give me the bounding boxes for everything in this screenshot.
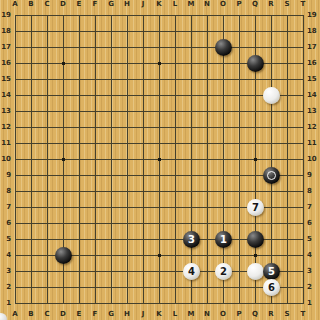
- coord-label-left: 8: [0, 188, 11, 195]
- coord-label-top: L: [171, 1, 179, 8]
- coord-label-top: Q: [251, 1, 259, 8]
- coord-label-bottom: O: [219, 311, 227, 318]
- coord-label-left: 9: [0, 172, 11, 179]
- coord-label-left: 14: [0, 92, 11, 99]
- coord-label-left: 15: [0, 76, 11, 83]
- coord-label-bottom: T: [299, 311, 307, 318]
- stone-black: 3: [183, 231, 200, 248]
- coord-label-left: 2: [0, 284, 11, 291]
- coord-label-right: 3: [307, 268, 319, 275]
- coord-label-right: 15: [307, 76, 319, 83]
- coord-label-bottom: C: [43, 311, 51, 318]
- coord-label-bottom: K: [155, 311, 163, 318]
- circle-mark: [267, 171, 276, 180]
- stone-white: [247, 263, 264, 280]
- coord-label-right: 6: [307, 220, 319, 227]
- star-point: [254, 158, 257, 161]
- coord-label-right: 5: [307, 236, 319, 243]
- coord-label-top: B: [27, 1, 35, 8]
- coord-label-top: O: [219, 1, 227, 8]
- coord-label-right: 10: [307, 156, 319, 163]
- coord-label-bottom: B: [27, 311, 35, 318]
- coord-label-right: 7: [307, 204, 319, 211]
- coord-label-right: 11: [307, 140, 319, 147]
- coord-label-bottom: N: [203, 311, 211, 318]
- coord-label-left: 3: [0, 268, 11, 275]
- move-number: 2: [220, 266, 227, 277]
- star-point: [254, 254, 257, 257]
- coord-label-top: A: [11, 1, 19, 8]
- stone-black: [247, 231, 264, 248]
- coord-label-right: 17: [307, 44, 319, 51]
- coord-label-top: J: [139, 1, 147, 8]
- star-point: [62, 62, 65, 65]
- coord-label-bottom: A: [11, 311, 19, 318]
- coord-label-top: G: [107, 1, 115, 8]
- coord-label-bottom: S: [283, 311, 291, 318]
- coord-label-right: 12: [307, 124, 319, 131]
- coord-label-right: 16: [307, 60, 319, 67]
- coord-label-right: 18: [307, 28, 319, 35]
- coord-label-top: M: [187, 1, 195, 8]
- partial-stone-artifact: [0, 313, 7, 320]
- coord-label-left: 17: [0, 44, 11, 51]
- move-number: 6: [268, 282, 275, 293]
- coord-label-bottom: H: [123, 311, 131, 318]
- coord-label-left: 10: [0, 156, 11, 163]
- star-point: [62, 158, 65, 161]
- coord-label-bottom: G: [107, 311, 115, 318]
- star-point: [158, 158, 161, 161]
- coord-label-bottom: J: [139, 311, 147, 318]
- stone-black: [263, 167, 280, 184]
- coord-label-left: 16: [0, 60, 11, 67]
- stone-white: 2: [215, 263, 232, 280]
- coord-label-top: P: [235, 1, 243, 8]
- coord-label-top: F: [91, 1, 99, 8]
- coord-label-right: 9: [307, 172, 319, 179]
- coord-label-right: 14: [307, 92, 319, 99]
- coord-label-left: 13: [0, 108, 11, 115]
- coord-label-top: E: [75, 1, 83, 8]
- move-number: 4: [188, 266, 195, 277]
- coord-label-right: 8: [307, 188, 319, 195]
- stone-black: 5: [263, 263, 280, 280]
- coord-label-top: S: [283, 1, 291, 8]
- coord-label-top: C: [43, 1, 51, 8]
- go-board[interactable]: AABBCCDDEEFFGGHHJJKKLLMMNNOOPPQQRRSSTT19…: [0, 0, 320, 320]
- coord-label-left: 7: [0, 204, 11, 211]
- move-number: 3: [188, 234, 195, 245]
- coord-label-left: 11: [0, 140, 11, 147]
- coord-label-left: 1: [0, 300, 11, 307]
- coord-label-left: 5: [0, 236, 11, 243]
- stone-white: [263, 87, 280, 104]
- stone-black: 1: [215, 231, 232, 248]
- stone-black: [247, 55, 264, 72]
- coord-label-top: R: [267, 1, 275, 8]
- coord-label-bottom: E: [75, 311, 83, 318]
- coord-label-bottom: F: [91, 311, 99, 318]
- move-number: 5: [268, 266, 275, 277]
- stone-white: 7: [247, 199, 264, 216]
- coord-label-bottom: Q: [251, 311, 259, 318]
- star-point: [158, 62, 161, 65]
- coord-label-right: 13: [307, 108, 319, 115]
- coord-label-left: 18: [0, 28, 11, 35]
- coord-label-left: 4: [0, 252, 11, 259]
- coord-label-right: 19: [307, 12, 319, 19]
- stone-black: [55, 247, 72, 264]
- coord-label-top: N: [203, 1, 211, 8]
- coord-label-right: 4: [307, 252, 319, 259]
- star-point: [158, 254, 161, 257]
- coord-label-right: 1: [307, 300, 319, 307]
- coord-label-top: K: [155, 1, 163, 8]
- coord-label-bottom: L: [171, 311, 179, 318]
- coord-label-bottom: R: [267, 311, 275, 318]
- coord-label-left: 6: [0, 220, 11, 227]
- stone-white: 4: [183, 263, 200, 280]
- stone-black: [215, 39, 232, 56]
- move-number: 1: [220, 234, 227, 245]
- coord-label-bottom: P: [235, 311, 243, 318]
- coord-label-right: 2: [307, 284, 319, 291]
- coord-label-top: D: [59, 1, 67, 8]
- coord-label-bottom: M: [187, 311, 195, 318]
- move-number: 7: [252, 202, 259, 213]
- coord-label-top: H: [123, 1, 131, 8]
- coord-label-left: 19: [0, 12, 11, 19]
- coord-label-top: T: [299, 1, 307, 8]
- stone-white: 6: [263, 279, 280, 296]
- coord-label-left: 12: [0, 124, 11, 131]
- coord-label-bottom: D: [59, 311, 67, 318]
